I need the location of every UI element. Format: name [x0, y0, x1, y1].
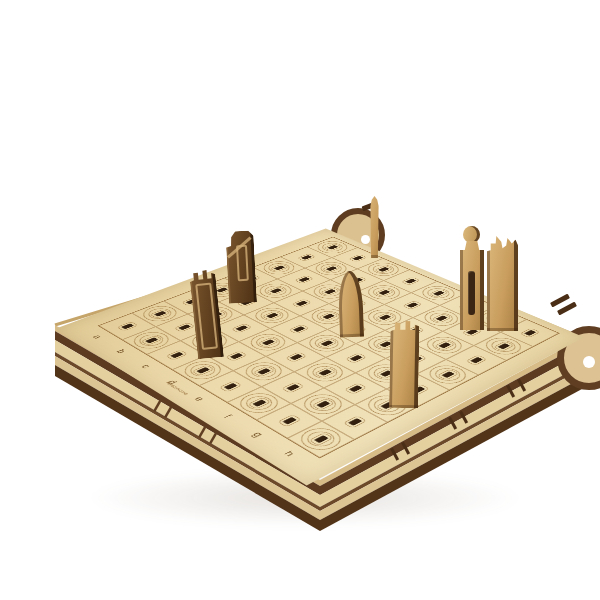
piece-light-pawn-d3[interactable] [338, 271, 364, 338]
light-pawn-silhouette [338, 271, 364, 338]
piece-light-king-e1[interactable] [459, 226, 485, 330]
king-body [460, 241, 484, 330]
photo-stage: abcdefgh Krasnova [0, 0, 600, 600]
king-slot [468, 271, 475, 315]
piece-light-pawn-b1[interactable] [366, 196, 383, 258]
engraved-bar [236, 245, 249, 282]
engraved-outline [195, 283, 218, 350]
piece-dark-bishop-b4[interactable] [225, 230, 257, 303]
piece-light-knight-f1[interactable] [487, 236, 518, 331]
dark-bishop-silhouette [225, 230, 257, 303]
piece-light-rook-g5[interactable] [389, 321, 420, 408]
pieces-layer [0, 0, 600, 600]
piece-dark-rook-c7[interactable] [189, 269, 224, 359]
light-pawn-silhouette [366, 196, 383, 258]
light-knight-silhouette [487, 236, 518, 331]
dark-rook-silhouette [189, 269, 224, 359]
light-rook-silhouette [389, 321, 420, 408]
king-head [463, 226, 480, 243]
